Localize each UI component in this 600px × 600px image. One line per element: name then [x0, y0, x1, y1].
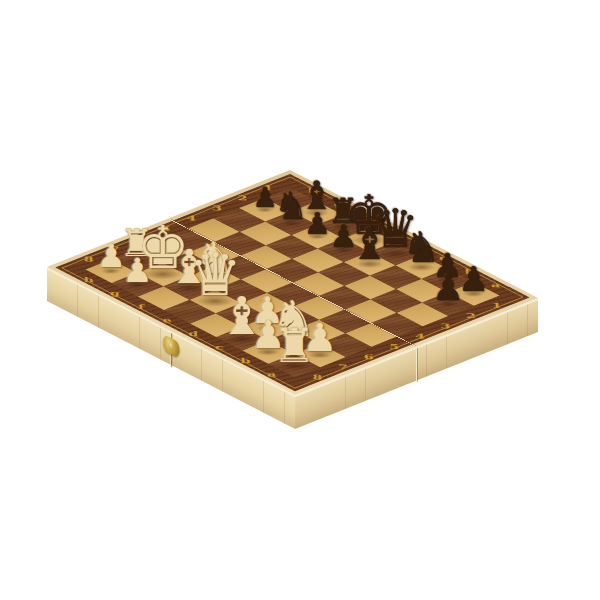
rank-label-5: 5 [389, 342, 399, 350]
file-label-far-b: b [465, 267, 475, 275]
file-label-far-h: h [308, 186, 319, 194]
rank-label-7: 7 [338, 363, 348, 371]
file-label-far-a: a [491, 281, 501, 289]
chess-set-photo: aabbccddeeffgghh8877665544332211 ♜♟♟♞♝♟♛… [0, 0, 600, 600]
rank-label-6: 6 [363, 353, 373, 361]
rank-label-8: 8 [312, 373, 322, 381]
file-label-far-d: d [412, 240, 422, 248]
rank-label-4: 4 [414, 332, 424, 340]
file-label-h: h [84, 276, 95, 284]
rank-label-3: 3 [440, 322, 450, 330]
file-label-far-e: e [387, 227, 396, 235]
rank-label-far-5: 5 [160, 224, 170, 232]
rank-label-far-7: 7 [109, 245, 119, 253]
fold-seam-side [416, 348, 418, 383]
file-label-b: b [241, 357, 251, 365]
file-label-e: e [163, 316, 172, 324]
file-label-far-g: g [334, 200, 344, 208]
file-label-d: d [188, 330, 198, 338]
rank-label-1: 1 [491, 301, 501, 309]
file-label-c: c [215, 343, 224, 351]
rank-label-2: 2 [466, 312, 476, 320]
rank-label-far-3: 3 [211, 204, 221, 212]
file-label-a: a [267, 370, 277, 378]
rank-label-far-4: 4 [186, 214, 196, 222]
rank-label-far-6: 6 [135, 235, 145, 243]
file-label-g: g [110, 289, 120, 297]
rank-label-far-8: 8 [83, 255, 93, 263]
file-label-far-c: c [439, 254, 448, 262]
file-label-f: f [138, 303, 144, 311]
file-label-far-f: f [362, 213, 368, 221]
rank-label-far-2: 2 [237, 194, 247, 202]
rank-label-far-1: 1 [263, 184, 273, 192]
